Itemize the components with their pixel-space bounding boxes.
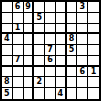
cell-r6c7[interactable] — [67, 56, 78, 67]
sudoku-board: 69351487576618254 — [0, 0, 101, 101]
cell-r3c6[interactable] — [56, 24, 67, 35]
cell-r7c2[interactable] — [13, 67, 24, 78]
cell-r4c7[interactable]: 8 — [67, 34, 78, 45]
cell-r1c4[interactable] — [34, 2, 45, 13]
cell-r9c9[interactable] — [88, 88, 99, 99]
cell-r1c9[interactable] — [88, 2, 99, 13]
cell-r2c1[interactable] — [2, 13, 13, 24]
cell-r7c9[interactable]: 1 — [88, 67, 99, 78]
cell-r4c5[interactable] — [45, 34, 56, 45]
cell-r2c7[interactable] — [67, 13, 78, 24]
cell-r3c2[interactable]: 1 — [13, 24, 24, 35]
cell-r3c8[interactable] — [77, 24, 88, 35]
cell-r9c4[interactable] — [34, 88, 45, 99]
cell-r5c4[interactable] — [34, 45, 45, 56]
cell-r2c3[interactable] — [24, 13, 35, 24]
cell-r2c6[interactable] — [56, 13, 67, 24]
cell-r3c7[interactable] — [67, 24, 78, 35]
cell-r8c9[interactable] — [88, 77, 99, 88]
cell-r2c4[interactable]: 5 — [34, 13, 45, 24]
cell-r6c8[interactable] — [77, 56, 88, 67]
cell-r3c9[interactable] — [88, 24, 99, 35]
cell-r1c1[interactable] — [2, 2, 13, 13]
cell-r1c3[interactable]: 9 — [24, 2, 35, 13]
cell-r4c1[interactable]: 4 — [2, 34, 13, 45]
cell-r6c1[interactable] — [2, 56, 13, 67]
cell-r5c5[interactable]: 7 — [45, 45, 56, 56]
cell-r6c9[interactable] — [88, 56, 99, 67]
cell-r7c7[interactable] — [67, 67, 78, 78]
cell-r4c2[interactable] — [13, 34, 24, 45]
cell-r9c8[interactable] — [77, 88, 88, 99]
cell-r3c1[interactable] — [2, 24, 13, 35]
cell-r8c1[interactable]: 8 — [2, 77, 13, 88]
cell-r9c3[interactable] — [24, 88, 35, 99]
cell-r2c9[interactable] — [88, 13, 99, 24]
cell-r6c3[interactable] — [24, 56, 35, 67]
cell-r7c4[interactable] — [34, 67, 45, 78]
cell-r4c6[interactable] — [56, 34, 67, 45]
cell-r5c8[interactable] — [77, 45, 88, 56]
cell-r6c5[interactable]: 6 — [45, 56, 56, 67]
cell-r5c7[interactable]: 5 — [67, 45, 78, 56]
cell-r4c3[interactable] — [24, 34, 35, 45]
cell-r6c6[interactable] — [56, 56, 67, 67]
cell-r8c3[interactable] — [24, 77, 35, 88]
cell-r4c9[interactable] — [88, 34, 99, 45]
cell-r5c3[interactable] — [24, 45, 35, 56]
cell-r6c2[interactable]: 7 — [13, 56, 24, 67]
cell-r2c2[interactable] — [13, 13, 24, 24]
cell-r1c8[interactable]: 3 — [77, 2, 88, 13]
cell-r7c8[interactable]: 6 — [77, 67, 88, 78]
cell-r9c6[interactable]: 4 — [56, 88, 67, 99]
cell-r7c5[interactable] — [45, 67, 56, 78]
cell-r9c5[interactable] — [45, 88, 56, 99]
cell-r9c1[interactable]: 5 — [2, 88, 13, 99]
cell-r3c3[interactable] — [24, 24, 35, 35]
cell-r3c4[interactable] — [34, 24, 45, 35]
cell-r2c8[interactable] — [77, 13, 88, 24]
cell-r5c2[interactable] — [13, 45, 24, 56]
cell-r2c5[interactable] — [45, 13, 56, 24]
cell-r4c4[interactable] — [34, 34, 45, 45]
cell-r5c1[interactable] — [2, 45, 13, 56]
cell-r1c7[interactable] — [67, 2, 78, 13]
cell-r7c3[interactable] — [24, 67, 35, 78]
cell-r8c4[interactable]: 2 — [34, 77, 45, 88]
cell-r5c6[interactable] — [56, 45, 67, 56]
cell-r6c4[interactable] — [34, 56, 45, 67]
cell-r7c6[interactable] — [56, 67, 67, 78]
cell-r9c2[interactable] — [13, 88, 24, 99]
cell-r1c2[interactable]: 6 — [13, 2, 24, 13]
cell-r8c7[interactable] — [67, 77, 78, 88]
cell-r8c8[interactable] — [77, 77, 88, 88]
cell-r1c6[interactable] — [56, 2, 67, 13]
cell-r3c5[interactable] — [45, 24, 56, 35]
cell-r5c9[interactable] — [88, 45, 99, 56]
cell-r7c1[interactable] — [2, 67, 13, 78]
cell-r8c2[interactable] — [13, 77, 24, 88]
cell-r1c5[interactable] — [45, 2, 56, 13]
cell-r4c8[interactable] — [77, 34, 88, 45]
cell-r9c7[interactable] — [67, 88, 78, 99]
cell-r8c5[interactable] — [45, 77, 56, 88]
cell-r8c6[interactable] — [56, 77, 67, 88]
